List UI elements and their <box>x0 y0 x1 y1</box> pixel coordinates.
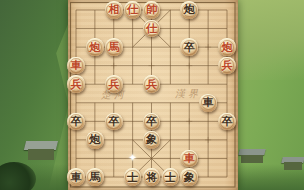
piece-black-soldier[interactable]: 卒 <box>67 113 85 131</box>
piece-glyph: 仕 <box>146 23 157 34</box>
piece-red-chariot[interactable]: 車 <box>180 150 198 168</box>
piece-glyph: 炮 <box>89 135 100 146</box>
piece-glyph: 帥 <box>146 5 157 16</box>
piece-black-chariot[interactable]: 車 <box>67 168 85 186</box>
piece-red-soldier[interactable]: 兵 <box>143 75 161 93</box>
piece-glyph: 車 <box>71 172 82 183</box>
piece-red-chariot[interactable]: 車 <box>67 57 85 75</box>
shed-wall <box>241 155 263 163</box>
piece-black-soldier[interactable]: 卒 <box>105 113 123 131</box>
piece-glyph: 車 <box>184 153 195 164</box>
piece-glyph: 炮 <box>184 5 195 16</box>
piece-red-horse[interactable]: 馬 <box>105 38 123 56</box>
cursor-sparkle: ✦ <box>128 153 136 163</box>
piece-glyph: 兵 <box>108 79 119 90</box>
piece-black-soldier[interactable]: 卒 <box>180 38 198 56</box>
piece-glyph: 象 <box>146 135 157 146</box>
piece-red-advisor[interactable]: 仕 <box>124 1 142 19</box>
shed-right-1 <box>239 149 265 163</box>
piece-glyph: 士 <box>127 172 138 183</box>
shed-wall <box>28 149 55 160</box>
piece-black-cannon[interactable]: 炮 <box>180 1 198 19</box>
piece-glyph: 士 <box>165 172 176 183</box>
piece-glyph: 卒 <box>184 42 195 53</box>
piece-glyph: 車 <box>71 60 82 71</box>
piece-glyph: 卒 <box>221 116 232 127</box>
piece-black-general[interactable]: 将 <box>143 168 161 186</box>
piece-glyph: 仕 <box>127 5 138 16</box>
piece-red-soldier[interactable]: 兵 <box>105 75 123 93</box>
piece-red-elephant[interactable]: 相 <box>105 1 123 19</box>
piece-glyph: 兵 <box>221 60 232 71</box>
piece-black-advisor[interactable]: 士 <box>124 168 142 186</box>
shed-right-2 <box>282 157 304 170</box>
piece-black-elephant[interactable]: 象 <box>180 168 198 186</box>
piece-red-soldier[interactable]: 兵 <box>67 75 85 93</box>
piece-black-soldier[interactable]: 卒 <box>218 113 236 131</box>
river-label-right: 漢界 <box>175 87 201 101</box>
piece-black-horse[interactable]: 馬 <box>86 168 104 186</box>
piece-glyph: 馬 <box>89 172 100 183</box>
piece-red-general[interactable]: 帥 <box>143 1 161 19</box>
piece-glyph: 兵 <box>71 79 82 90</box>
piece-glyph: 相 <box>108 5 119 16</box>
game-screen: 楚河 漢界 相仕帥炮仕炮馬卒炮車兵兵兵兵車卒卒卒卒炮象車車馬士将士象 ✦ <box>0 0 304 190</box>
piece-glyph: 卒 <box>108 116 119 127</box>
shed-left <box>25 141 57 160</box>
shed-wall <box>284 162 302 170</box>
piece-red-soldier[interactable]: 兵 <box>218 57 236 75</box>
piece-glyph: 車 <box>203 98 214 109</box>
piece-glyph: 馬 <box>108 42 119 53</box>
xiangqi-board[interactable]: 楚河 漢界 相仕帥炮仕炮馬卒炮車兵兵兵兵車卒卒卒卒炮象車車馬士将士象 <box>68 0 238 190</box>
piece-black-cannon[interactable]: 炮 <box>86 131 104 149</box>
piece-black-advisor[interactable]: 士 <box>162 168 180 186</box>
piece-glyph: 卒 <box>71 116 82 127</box>
piece-glyph: 象 <box>184 172 195 183</box>
piece-black-elephant[interactable]: 象 <box>143 131 161 149</box>
piece-red-cannon[interactable]: 炮 <box>86 38 104 56</box>
piece-red-cannon[interactable]: 炮 <box>218 38 236 56</box>
piece-glyph: 卒 <box>146 116 157 127</box>
piece-glyph: 炮 <box>89 42 100 53</box>
piece-glyph: 兵 <box>146 79 157 90</box>
piece-glyph: 将 <box>146 172 157 183</box>
piece-black-chariot[interactable]: 車 <box>199 94 217 112</box>
piece-glyph: 炮 <box>221 42 232 53</box>
